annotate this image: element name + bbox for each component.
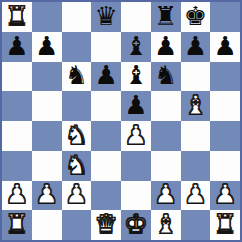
square-g2[interactable]: ♟ [181, 181, 211, 211]
square-e4[interactable]: ♟ [121, 121, 151, 151]
white-knight: ♞ [65, 152, 88, 178]
square-g5[interactable]: ♝ [181, 91, 211, 121]
square-g4[interactable] [181, 121, 211, 151]
square-a6[interactable] [2, 62, 32, 92]
square-b4[interactable] [32, 121, 62, 151]
square-a2[interactable]: ♟ [2, 181, 32, 211]
white-rook: ♜ [5, 211, 28, 237]
square-f6[interactable]: ♞ [151, 62, 181, 92]
chess-board: ♜♛♜♚♟♟♝♟♟♟♞♟♝♞♟♝♞♟♞♟♟♟♟♟♟♜♛♚♝♜ [0, 0, 242, 242]
white-rook: ♜ [213, 211, 236, 237]
square-d2[interactable] [91, 181, 121, 211]
white-rook: ♜ [5, 3, 28, 29]
square-c4[interactable]: ♞ [62, 121, 92, 151]
square-e6[interactable]: ♝ [121, 62, 151, 92]
square-f4[interactable] [151, 121, 181, 151]
black-pawn: ♟ [5, 33, 28, 59]
square-f8[interactable]: ♜ [151, 2, 181, 32]
square-d4[interactable] [91, 121, 121, 151]
square-e8[interactable] [121, 2, 151, 32]
square-a8[interactable]: ♜ [2, 2, 32, 32]
square-g7[interactable]: ♟ [181, 32, 211, 62]
square-h1[interactable]: ♜ [210, 210, 240, 240]
square-d6[interactable]: ♟ [91, 62, 121, 92]
white-pawn: ♟ [124, 122, 147, 148]
square-b3[interactable] [32, 151, 62, 181]
square-h5[interactable] [210, 91, 240, 121]
square-b5[interactable] [32, 91, 62, 121]
square-d3[interactable] [91, 151, 121, 181]
white-pawn: ♟ [5, 181, 28, 207]
square-g8[interactable]: ♚ [181, 2, 211, 32]
white-pawn: ♟ [65, 181, 88, 207]
white-pawn: ♟ [213, 181, 236, 207]
square-f3[interactable] [151, 151, 181, 181]
black-pawn: ♟ [35, 33, 58, 59]
square-g6[interactable] [181, 62, 211, 92]
square-c6[interactable]: ♞ [62, 62, 92, 92]
square-e1[interactable]: ♚ [121, 210, 151, 240]
white-knight: ♞ [65, 122, 88, 148]
square-c7[interactable] [62, 32, 92, 62]
white-pawn: ♟ [35, 181, 58, 207]
square-e2[interactable] [121, 181, 151, 211]
square-h2[interactable]: ♟ [210, 181, 240, 211]
square-f5[interactable] [151, 91, 181, 121]
square-c8[interactable] [62, 2, 92, 32]
square-f1[interactable]: ♝ [151, 210, 181, 240]
square-d8[interactable]: ♛ [91, 2, 121, 32]
square-e5[interactable]: ♟ [121, 91, 151, 121]
black-rook: ♜ [154, 3, 177, 29]
black-bishop: ♝ [124, 33, 147, 59]
square-d5[interactable] [91, 91, 121, 121]
square-h6[interactable] [210, 62, 240, 92]
square-a4[interactable] [2, 121, 32, 151]
black-bishop: ♝ [124, 62, 147, 88]
square-b8[interactable] [32, 2, 62, 32]
white-king: ♚ [124, 211, 147, 237]
square-c2[interactable]: ♟ [62, 181, 92, 211]
square-c5[interactable] [62, 91, 92, 121]
square-b7[interactable]: ♟ [32, 32, 62, 62]
square-b2[interactable]: ♟ [32, 181, 62, 211]
square-a1[interactable]: ♜ [2, 210, 32, 240]
white-bishop: ♝ [184, 92, 207, 118]
square-f2[interactable]: ♟ [151, 181, 181, 211]
square-b1[interactable] [32, 210, 62, 240]
square-g1[interactable] [181, 210, 211, 240]
square-h7[interactable]: ♟ [210, 32, 240, 62]
square-d7[interactable] [91, 32, 121, 62]
black-pawn: ♟ [124, 92, 147, 118]
square-a3[interactable] [2, 151, 32, 181]
black-knight: ♞ [65, 62, 88, 88]
white-queen: ♛ [94, 211, 117, 237]
black-knight: ♞ [154, 62, 177, 88]
white-pawn: ♟ [154, 181, 177, 207]
square-h8[interactable] [210, 2, 240, 32]
square-c1[interactable] [62, 210, 92, 240]
white-bishop: ♝ [154, 211, 177, 237]
black-pawn: ♟ [184, 33, 207, 59]
square-g3[interactable] [181, 151, 211, 181]
black-pawn: ♟ [154, 33, 177, 59]
square-h3[interactable] [210, 151, 240, 181]
black-pawn: ♟ [213, 33, 236, 59]
black-queen: ♛ [94, 3, 117, 29]
square-a7[interactable]: ♟ [2, 32, 32, 62]
square-e3[interactable] [121, 151, 151, 181]
square-c3[interactable]: ♞ [62, 151, 92, 181]
square-e7[interactable]: ♝ [121, 32, 151, 62]
square-h4[interactable] [210, 121, 240, 151]
black-king: ♚ [184, 3, 207, 29]
square-d1[interactable]: ♛ [91, 210, 121, 240]
square-f7[interactable]: ♟ [151, 32, 181, 62]
square-b6[interactable] [32, 62, 62, 92]
black-pawn: ♟ [94, 62, 117, 88]
white-pawn: ♟ [184, 181, 207, 207]
square-a5[interactable] [2, 91, 32, 121]
